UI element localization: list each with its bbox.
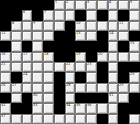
blocked-cell [97, 10, 108, 20]
blocked-cell [97, 62, 108, 72]
answer-cell[interactable]: 12 [0, 31, 11, 41]
answer-cell[interactable] [43, 21, 54, 31]
blocked-cell [129, 31, 140, 41]
answer-cell[interactable] [75, 83, 86, 93]
answer-cell[interactable] [43, 62, 54, 72]
clue-number: 23 [87, 62, 91, 66]
answer-cell[interactable] [86, 10, 97, 20]
blocked-cell [65, 21, 76, 31]
clue-number: 34 [66, 103, 70, 107]
answer-cell[interactable] [65, 93, 76, 103]
answer-cell[interactable]: 2 [65, 0, 76, 10]
answer-cell[interactable] [0, 72, 11, 82]
answer-cell[interactable] [75, 62, 86, 72]
clue-number: 18 [44, 52, 48, 56]
answer-cell[interactable]: 5 [129, 0, 140, 10]
answer-cell[interactable] [75, 0, 86, 10]
blocked-cell [54, 103, 65, 113]
answer-cell[interactable] [43, 103, 54, 113]
clue-number: 24 [23, 72, 27, 76]
clue-number: 4 [109, 0, 111, 4]
blocked-cell [22, 103, 33, 113]
answer-cell[interactable] [22, 31, 33, 41]
blocked-cell [129, 103, 140, 113]
answer-cell[interactable]: 26 [0, 83, 11, 93]
blocked-cell [54, 41, 65, 51]
answer-cell[interactable] [108, 72, 119, 82]
answer-cell[interactable]: 35 [75, 103, 86, 113]
answer-cell[interactable]: 10 [75, 21, 86, 31]
blocked-cell [97, 93, 108, 103]
answer-cell[interactable] [118, 0, 129, 10]
clue-number: 13 [76, 31, 80, 35]
clue-number: 35 [76, 103, 80, 107]
blocked-cell [118, 62, 129, 72]
answer-cell[interactable]: 4 [108, 0, 119, 10]
answer-cell[interactable]: 17 [22, 52, 33, 62]
answer-cell[interactable]: 22 [65, 62, 76, 72]
answer-cell[interactable] [65, 114, 76, 124]
answer-cell[interactable]: 14 [108, 31, 119, 41]
blocked-cell [86, 93, 97, 103]
blocked-cell [129, 62, 140, 72]
clue-number: 20 [98, 52, 102, 56]
answer-cell[interactable] [43, 114, 54, 124]
blocked-cell [54, 52, 65, 62]
blocked-cell [118, 114, 129, 124]
clue-number: 2 [66, 0, 68, 4]
blocked-cell [54, 31, 65, 41]
answer-cell[interactable] [32, 114, 43, 124]
answer-cell[interactable] [32, 62, 43, 72]
blocked-cell [97, 31, 108, 41]
blocked-cell [97, 72, 108, 82]
blocked-cell [11, 103, 22, 113]
crossword-board: 1234567891011121314151617181920212223242… [0, 0, 140, 124]
clue-number: 25 [130, 72, 134, 76]
answer-cell[interactable]: 36 [86, 103, 97, 113]
blocked-cell [54, 72, 65, 82]
clue-number: 10 [76, 21, 80, 25]
clue-number: 26 [1, 83, 5, 87]
answer-cell[interactable]: 11 [118, 21, 129, 31]
answer-cell[interactable] [108, 83, 119, 93]
answer-cell[interactable]: 25 [129, 72, 140, 82]
clue-number: 11 [119, 21, 123, 25]
blocked-cell [97, 114, 108, 124]
clue-number: 36 [87, 103, 91, 107]
blocked-cell [65, 41, 76, 51]
blocked-cell [0, 21, 11, 31]
blocked-cell [118, 72, 129, 82]
answer-cell[interactable]: 1 [54, 0, 65, 10]
clue-number: 22 [66, 62, 70, 66]
answer-cell[interactable]: 29 [118, 83, 129, 93]
answer-cell[interactable] [75, 114, 86, 124]
answer-cell[interactable]: 27 [11, 83, 22, 93]
answer-cell[interactable] [43, 72, 54, 82]
answer-cell[interactable] [108, 114, 119, 124]
clue-number: 1 [55, 0, 57, 4]
answer-cell[interactable] [118, 93, 129, 103]
answer-cell[interactable]: 30 [32, 93, 43, 103]
blocked-cell [43, 0, 54, 10]
clue-number: 14 [109, 31, 113, 35]
answer-cell[interactable]: 34 [65, 103, 76, 113]
blocked-cell [54, 93, 65, 103]
answer-cell[interactable] [108, 41, 119, 51]
answer-cell[interactable] [108, 21, 119, 31]
answer-cell[interactable]: 15 [129, 41, 140, 51]
blocked-cell [0, 10, 11, 20]
answer-cell[interactable] [54, 114, 65, 124]
blocked-cell [11, 0, 22, 10]
clue-number: 17 [23, 52, 27, 56]
answer-cell[interactable] [129, 114, 140, 124]
blocked-cell [0, 41, 11, 51]
blocked-cell [118, 10, 129, 20]
answer-cell[interactable] [86, 83, 97, 93]
blocked-cell [75, 41, 86, 51]
answer-cell[interactable] [97, 103, 108, 113]
clue-number: 37 [1, 114, 5, 118]
answer-cell[interactable] [22, 114, 33, 124]
answer-cell[interactable]: 21 [0, 62, 11, 72]
answer-cell[interactable] [97, 21, 108, 31]
answer-cell[interactable] [32, 83, 43, 93]
clue-number: 21 [1, 62, 5, 66]
answer-cell[interactable] [32, 41, 43, 51]
blocked-cell [32, 10, 43, 20]
clue-number: 33 [33, 103, 37, 107]
blocked-cell [0, 93, 11, 103]
answer-cell[interactable]: 8 [11, 21, 22, 31]
answer-cell[interactable]: 16 [0, 52, 11, 62]
answer-cell[interactable] [11, 31, 22, 41]
answer-cell[interactable] [118, 52, 129, 62]
answer-cell[interactable] [86, 114, 97, 124]
answer-cell[interactable] [43, 93, 54, 103]
clue-number: 30 [33, 93, 37, 97]
answer-cell[interactable] [108, 10, 119, 20]
blocked-cell [75, 72, 86, 82]
blocked-cell [43, 41, 54, 51]
blocked-cell [65, 31, 76, 41]
answer-cell[interactable]: 13 [75, 31, 86, 41]
answer-cell[interactable]: 33 [32, 103, 43, 113]
answer-cell[interactable] [43, 31, 54, 41]
blocked-cell [65, 52, 76, 62]
answer-cell[interactable]: 37 [0, 114, 11, 124]
blocked-cell [118, 41, 129, 51]
answer-cell[interactable] [54, 21, 65, 31]
answer-cell[interactable] [129, 83, 140, 93]
answer-cell[interactable] [11, 114, 22, 124]
answer-cell[interactable] [108, 103, 119, 113]
blocked-cell [118, 103, 129, 113]
answer-cell[interactable] [108, 62, 119, 72]
clue-number: 9 [33, 21, 35, 25]
clue-number: 12 [1, 31, 5, 35]
answer-cell[interactable] [108, 52, 119, 62]
blocked-cell [86, 41, 97, 51]
answer-cell[interactable] [86, 72, 97, 82]
answer-cell[interactable] [54, 10, 65, 20]
answer-cell[interactable]: 18 [43, 52, 54, 62]
answer-cell[interactable] [22, 83, 33, 93]
answer-cell[interactable]: 23 [86, 62, 97, 72]
answer-cell[interactable] [43, 83, 54, 93]
blocked-cell [129, 93, 140, 103]
blocked-cell [97, 41, 108, 51]
answer-cell[interactable]: 20 [97, 52, 108, 62]
blocked-cell [11, 10, 22, 20]
answer-cell[interactable]: 28 [65, 83, 76, 93]
blocked-cell [54, 83, 65, 93]
answer-cell[interactable]: 31 [108, 93, 119, 103]
answer-cell[interactable]: 19 [75, 52, 86, 62]
answer-cell[interactable] [32, 72, 43, 82]
clue-number: 16 [1, 52, 5, 56]
answer-cell[interactable] [86, 31, 97, 41]
answer-cell[interactable] [129, 52, 140, 62]
answer-cell[interactable] [54, 62, 65, 72]
answer-cell[interactable] [11, 52, 22, 62]
blocked-cell [22, 0, 33, 10]
clue-number: 29 [119, 83, 123, 87]
clue-number: 28 [66, 83, 70, 87]
answer-cell[interactable] [97, 0, 108, 10]
blocked-cell [22, 93, 33, 103]
answer-cell[interactable] [11, 62, 22, 72]
answer-cell[interactable]: 24 [22, 72, 33, 82]
clue-number: 5 [130, 0, 132, 4]
blocked-cell [75, 93, 86, 103]
answer-cell[interactable] [129, 21, 140, 31]
blocked-cell [11, 72, 22, 82]
blocked-cell [75, 10, 86, 20]
answer-cell[interactable] [22, 21, 33, 31]
answer-cell[interactable]: 7 [43, 10, 54, 20]
clue-number: 31 [109, 93, 113, 97]
answer-cell[interactable] [97, 83, 108, 93]
answer-cell[interactable] [32, 52, 43, 62]
clue-number: 32 [1, 103, 5, 107]
clue-number: 15 [130, 41, 134, 45]
clue-number: 6 [23, 10, 25, 14]
blocked-cell [22, 41, 33, 51]
answer-cell[interactable]: 6 [22, 10, 33, 20]
answer-cell[interactable]: 32 [0, 103, 11, 113]
clue-number: 19 [76, 52, 80, 56]
answer-cell[interactable] [65, 10, 76, 20]
answer-cell[interactable] [86, 21, 97, 31]
answer-cell[interactable] [32, 31, 43, 41]
answer-cell[interactable] [65, 72, 76, 82]
answer-cell[interactable] [11, 93, 22, 103]
answer-cell[interactable] [11, 41, 22, 51]
answer-cell[interactable] [129, 10, 140, 20]
answer-cell[interactable]: 3 [86, 0, 97, 10]
clue-number: 7 [44, 10, 46, 14]
answer-cell[interactable] [22, 62, 33, 72]
blocked-cell [0, 0, 11, 10]
answer-cell[interactable]: 9 [32, 21, 43, 31]
clue-number: 8 [12, 21, 14, 25]
blocked-cell [86, 52, 97, 62]
clue-number: 3 [87, 0, 89, 4]
answer-cell[interactable] [118, 31, 129, 41]
clue-number: 27 [12, 83, 16, 87]
crossword-puzzle: 1234567891011121314151617181920212223242… [0, 0, 140, 124]
blocked-cell [32, 0, 43, 10]
